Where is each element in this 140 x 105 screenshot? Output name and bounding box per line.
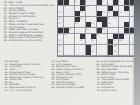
cell-number: 41	[114, 45, 117, 47]
grid-cell[interactable]	[97, 22, 102, 27]
black-square	[108, 45, 113, 50]
grid-cell[interactable]: 23	[75, 22, 80, 27]
clue-number: 38.	[1, 39, 8, 42]
black-square	[113, 34, 118, 39]
grid-cell[interactable]	[69, 34, 74, 39]
grid-cell[interactable]	[64, 45, 69, 50]
clue-text: Musical symbol on a staff	[56, 86, 92, 89]
grid-cell[interactable]: 32	[124, 34, 129, 39]
grid-cell[interactable]	[69, 6, 74, 11]
black-square	[124, 6, 129, 11]
grid-cell[interactable]	[64, 22, 69, 27]
grid-cell[interactable]: 42	[58, 50, 63, 55]
cell-number: 20	[108, 17, 111, 19]
grid-cell[interactable]: 41	[113, 45, 118, 50]
grid-cell[interactable]	[119, 22, 124, 27]
grid-cell[interactable]	[69, 50, 74, 55]
black-square	[102, 17, 107, 22]
grid-cell[interactable]: 10	[113, 6, 118, 11]
grid-cell[interactable]	[69, 45, 74, 50]
black-square	[75, 11, 80, 16]
clue-item: 38.Humble home by the old mill	[1, 39, 56, 42]
grid-cell[interactable]: 20	[108, 17, 113, 22]
grid-cell[interactable]: 18	[58, 17, 63, 22]
grid-cell[interactable]: 7	[58, 6, 63, 11]
grid-cell[interactable]: 43	[91, 50, 96, 55]
grid-cell[interactable]	[119, 45, 124, 50]
grid-cell[interactable]: 33	[130, 34, 135, 39]
grid-cell[interactable]: 36	[91, 39, 96, 44]
grid-cell[interactable]	[108, 28, 113, 33]
cell-number: 9	[86, 6, 87, 8]
grid-cell[interactable]	[119, 50, 124, 55]
cell-number: 10	[114, 6, 117, 8]
cell-number: 24	[91, 22, 94, 24]
grid-cell[interactable]: 17	[124, 11, 129, 16]
grid-cell[interactable]: 34	[58, 39, 63, 44]
clue-item: 64.Musical symbol on a staff	[49, 86, 92, 89]
clue-column-2: 53.Fine fiddle54.Farm measure55.Nautical…	[49, 60, 92, 105]
cell-number: 4	[91, 0, 92, 2]
cell-number: 7	[58, 6, 59, 8]
clue-column-3: 65.English cathedral city on a hill66.Fl…	[94, 60, 136, 105]
cell-number: 16	[119, 11, 122, 13]
black-square	[86, 45, 91, 50]
black-square	[80, 0, 85, 5]
black-square	[91, 34, 96, 39]
clue-text: Humble home by the old mill	[9, 39, 56, 42]
black-square	[108, 39, 113, 44]
cell-number: 32	[125, 34, 128, 36]
grid-cell[interactable]	[119, 17, 124, 22]
cell-number: 38	[119, 39, 122, 41]
clue-text: Historic period	[101, 88, 136, 91]
grid-cell[interactable]	[64, 17, 69, 22]
grid-cell[interactable]: 12	[58, 11, 63, 16]
cell-number: 8	[64, 6, 65, 8]
grid-cell[interactable]	[130, 39, 135, 44]
grid-cell[interactable]: 24	[91, 22, 96, 27]
grid-cell[interactable]: 13	[80, 11, 85, 16]
black-square	[97, 0, 102, 5]
cell-number: 21	[114, 17, 117, 19]
cell-number: 12	[58, 11, 61, 13]
cell-number: 15	[108, 11, 111, 13]
grid-cell[interactable]: 40	[91, 45, 96, 50]
grid-cell[interactable]: 2	[75, 0, 80, 5]
cell-number: 23	[75, 22, 78, 24]
cell-number: 2	[75, 0, 76, 2]
grid-cell[interactable]: 5	[102, 0, 107, 5]
cell-number: 37	[114, 39, 117, 41]
black-square	[97, 28, 102, 33]
black-square	[130, 28, 135, 33]
grid-cell[interactable]: 15	[108, 11, 113, 16]
grid-cell[interactable]	[86, 11, 91, 16]
cell-number: 42	[58, 50, 61, 52]
grid-cell[interactable]	[69, 39, 74, 44]
cell-number: 29	[58, 34, 61, 36]
black-square	[102, 22, 107, 27]
cell-number: 36	[91, 39, 94, 41]
black-square	[64, 28, 69, 33]
cell-number: 33	[130, 34, 133, 36]
black-square	[80, 6, 85, 11]
cell-number: 1	[69, 0, 70, 2]
grid-cell[interactable]: 44	[113, 50, 118, 55]
clue-number: 52.	[2, 88, 8, 91]
grid-cell[interactable]	[91, 11, 96, 16]
cell-number: 39	[58, 45, 61, 47]
grid-cell[interactable]: 3	[86, 0, 91, 5]
clue-item: 76.Historic period	[94, 88, 136, 91]
grid-cell[interactable]	[75, 28, 80, 33]
grid-cell[interactable]	[124, 50, 129, 55]
grid-cell[interactable]	[108, 0, 113, 5]
cell-number: 26	[69, 28, 72, 30]
grid-cell[interactable]: 39	[58, 45, 63, 50]
black-square	[64, 0, 69, 5]
grid-cell[interactable]	[75, 45, 80, 50]
cell-number: 3	[86, 0, 87, 2]
grid-cell[interactable]: 8	[64, 6, 69, 11]
cell-number: 13	[80, 11, 83, 13]
black-square	[124, 28, 129, 33]
grid-cell[interactable]: 35	[80, 39, 85, 44]
black-square	[75, 17, 80, 22]
cell-number: 18	[58, 17, 61, 19]
black-square	[119, 34, 124, 39]
grid-cell[interactable]	[86, 39, 91, 44]
grid-cell[interactable]	[69, 17, 74, 22]
grid-cell[interactable]	[80, 22, 85, 27]
grid-cell[interactable]	[91, 17, 96, 22]
grid-cell[interactable]: 31	[97, 34, 102, 39]
clue-number: 64.	[49, 86, 55, 89]
black-square	[58, 28, 63, 33]
grid-cell[interactable]	[130, 17, 135, 22]
black-square	[80, 34, 85, 39]
black-square	[113, 11, 118, 16]
grid-cell[interactable]: 16	[119, 11, 124, 16]
grid-cell[interactable]: 37	[113, 39, 118, 44]
grid-cell[interactable]: 25	[108, 22, 113, 27]
grid-cell[interactable]: 6	[119, 0, 124, 5]
black-square	[108, 50, 113, 55]
grid-cell[interactable]	[69, 11, 74, 16]
grid-cell[interactable]	[75, 6, 80, 11]
grid-cell[interactable]	[130, 50, 135, 55]
grid-cell[interactable]	[91, 28, 96, 33]
grid-cell[interactable]	[97, 50, 102, 55]
grid-cell[interactable]: 22	[58, 22, 63, 27]
cell-number: 35	[80, 39, 83, 41]
grid-cell[interactable]: 28	[102, 28, 107, 33]
grid-cell[interactable]	[64, 11, 69, 16]
grid-cell[interactable]: 19	[80, 17, 85, 22]
grid-cell[interactable]	[113, 22, 118, 27]
grid-cell[interactable]	[124, 45, 129, 50]
grid-cell[interactable]: 1	[69, 0, 74, 5]
grid-cell[interactable]	[102, 6, 107, 11]
grid-cell[interactable]	[64, 39, 69, 44]
clue-list-left: 18.Wine: Prefix19.“The Art of Love” poet…	[1, 1, 56, 58]
black-square	[97, 17, 102, 22]
crossword-grid[interactable]: 1234567891011121314151617181920212223242…	[57, 0, 136, 57]
black-square	[113, 0, 118, 5]
grid-cell[interactable]	[97, 6, 102, 11]
clue-number: 76.	[94, 88, 100, 91]
grid-cell[interactable]	[86, 34, 91, 39]
grid-cell[interactable]: 14	[102, 11, 107, 16]
grid-cell[interactable]	[108, 34, 113, 39]
cell-number: 22	[58, 22, 61, 24]
grid-cell[interactable]	[130, 22, 135, 27]
cell-number: 27	[86, 28, 89, 30]
cell-number: 44	[114, 50, 117, 52]
grid-cell[interactable]	[130, 45, 135, 50]
cell-number: 6	[119, 0, 120, 2]
grid-cell[interactable]: 30	[64, 34, 69, 39]
cell-number: 11	[130, 6, 133, 8]
grid-cell[interactable]	[75, 34, 80, 39]
grid-cell[interactable]	[102, 45, 107, 50]
grid-cell[interactable]	[130, 11, 135, 16]
black-square	[124, 0, 129, 5]
grid-cell[interactable]	[69, 22, 74, 27]
grid-cell[interactable]: 26	[69, 28, 74, 33]
grid-cell[interactable]	[102, 50, 107, 55]
grid-cell[interactable]	[75, 50, 80, 55]
cell-number: 25	[108, 22, 111, 24]
grid-cell[interactable]: 29	[58, 34, 63, 39]
clue-item: 52.Pro — (in proportion)	[2, 88, 46, 91]
grid-cell[interactable]	[119, 6, 124, 11]
grid-cell[interactable]: 38	[119, 39, 124, 44]
grid-cell[interactable]	[102, 34, 107, 39]
cell-number: 17	[125, 11, 128, 13]
black-square	[108, 6, 113, 11]
cell-number: 40	[91, 45, 94, 47]
magazine-page: 18.Wine: Prefix19.“The Art of Love” poet…	[0, 0, 140, 105]
grid-cell[interactable]	[97, 45, 102, 50]
clue-text: Pro — (in proportion)	[9, 88, 46, 91]
cell-number: 31	[97, 34, 100, 36]
grid-cell[interactable]: 11	[130, 6, 135, 11]
grid-cell[interactable]: 21	[113, 17, 118, 22]
black-square	[124, 22, 129, 27]
cell-number: 19	[80, 17, 83, 19]
grid-cell[interactable]	[119, 28, 124, 33]
grid-cell[interactable]	[102, 39, 107, 44]
clue-column-1: 39.Sky bear40.Passed-down lore of the cl…	[2, 60, 46, 105]
cell-number: 5	[102, 0, 103, 2]
grid-cell[interactable]: 9	[86, 6, 91, 11]
cell-number: 28	[102, 28, 105, 30]
cell-number: 14	[102, 11, 105, 13]
grid-cell[interactable]	[124, 17, 129, 22]
cell-number: 43	[91, 50, 94, 52]
grid-cell[interactable]	[75, 39, 80, 44]
grid-cell[interactable]	[91, 6, 96, 11]
grid-cell[interactable]	[80, 45, 85, 50]
grid-cell[interactable]	[86, 17, 91, 22]
black-square	[86, 50, 91, 55]
grid-cell[interactable]	[97, 39, 102, 44]
grid-cell[interactable]	[124, 39, 129, 44]
cell-number: 34	[58, 39, 61, 41]
black-square	[97, 11, 102, 16]
grid-cell[interactable]	[80, 28, 85, 33]
grid-cell[interactable]: 4	[91, 0, 96, 5]
grid-cell[interactable]	[113, 28, 118, 33]
cell-number: 30	[64, 34, 67, 36]
black-square	[58, 0, 63, 5]
black-square	[86, 22, 91, 27]
grid-cell[interactable]	[64, 50, 69, 55]
grid-cell[interactable]	[80, 50, 85, 55]
black-square	[130, 0, 135, 5]
grid-cell[interactable]: 27	[86, 28, 91, 33]
